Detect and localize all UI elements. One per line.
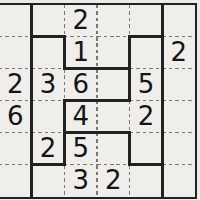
cell-r6c5[interactable] [130,165,163,197]
given-digit: 2 [7,71,24,97]
region-border [161,67,163,102]
cell-border [97,36,130,37]
region-border [161,3,163,38]
cell-r5c1[interactable] [0,133,32,165]
region-border [161,99,163,134]
cell-r2c4[interactable] [97,37,130,69]
cell-border [129,5,130,37]
cell-r6c4[interactable]: 2 [97,165,130,197]
given-digit: 5 [72,135,89,161]
region-border [128,35,164,37]
cell-r4c6[interactable] [162,101,195,133]
cell-r2c5[interactable] [130,37,163,69]
cell-r4c1[interactable]: 6 [0,101,32,133]
given-digit: 6 [7,103,24,129]
cell-r4c2[interactable] [32,101,65,133]
cell-border [129,101,130,133]
region-border [128,67,130,102]
region-border [30,99,32,134]
region-border [30,67,32,102]
region-border [96,67,132,69]
cell-border [96,37,97,69]
region-border [128,35,130,70]
cell-r6c6[interactable] [162,165,195,197]
cell-r3c3[interactable]: 6 [64,69,97,101]
cell-r5c5[interactable] [130,133,163,165]
cell-r5c6[interactable] [162,133,195,165]
region-border [30,35,66,37]
cell-r3c1[interactable]: 2 [0,69,32,101]
given-digit: 4 [72,103,89,129]
cell-r4c3[interactable]: 4 [64,101,97,133]
cell-border [0,36,32,37]
region-border [30,3,32,38]
given-digit: 2 [40,135,57,161]
region-border [63,35,65,70]
given-digit: 3 [40,71,57,97]
cell-border [96,69,97,101]
given-digit: 6 [72,71,89,97]
cell-border [32,100,65,101]
given-digit: 2 [138,103,155,129]
cell-border [130,132,163,133]
cell-border [96,5,97,37]
cell-r1c2[interactable] [32,5,65,37]
cell-r1c6[interactable] [162,5,195,37]
given-digit: 2 [170,39,187,65]
region-border [63,99,65,134]
cell-r3c2[interactable]: 3 [32,69,65,101]
given-digit: 2 [105,167,122,193]
cell-r5c2[interactable]: 2 [32,133,65,165]
cell-r4c4[interactable] [97,101,130,133]
puzzle-board: 21223656422532 [0,3,197,199]
puzzle-stage: 21223656422532 [0,0,200,200]
given-digit: 3 [72,167,89,193]
cell-border [0,132,32,133]
region-border [96,131,132,133]
cell-r5c3[interactable]: 5 [64,133,97,165]
given-digit: 2 [72,7,89,33]
cell-r3c6[interactable] [162,69,195,101]
region-border [30,35,32,70]
region-border [30,163,66,165]
cell-r3c5[interactable]: 5 [130,69,163,101]
cell-border [96,165,97,197]
cell-border [96,101,97,133]
region-border [30,131,32,166]
cell-border [162,164,195,165]
cell-r2c1[interactable] [0,37,32,69]
cell-border [64,5,65,37]
cell-r6c1[interactable] [0,165,32,197]
cell-border [162,100,195,101]
cell-r6c2[interactable] [32,165,65,197]
cell-r3c4[interactable] [97,69,130,101]
cell-border [129,165,130,197]
region-border [128,163,164,165]
cell-r1c4[interactable] [97,5,130,37]
region-border [161,131,163,166]
cell-r2c3[interactable]: 1 [64,37,97,69]
region-border [96,99,132,101]
region-border [128,131,130,166]
cell-r1c5[interactable] [130,5,163,37]
cell-border [162,132,195,133]
cell-border [96,133,97,165]
cell-r2c2[interactable] [32,37,65,69]
region-border [161,163,163,198]
given-digit: 5 [138,71,155,97]
cell-border [64,69,65,101]
cell-r1c1[interactable] [0,5,32,37]
cell-border [162,68,195,69]
region-border [161,35,163,70]
region-border [63,131,65,166]
cell-border [0,164,32,165]
region-border [30,163,32,198]
cell-r4c5[interactable]: 2 [130,101,163,133]
cell-border [64,165,65,197]
given-digit: 1 [72,39,89,65]
cell-r2c6[interactable]: 2 [162,37,195,69]
cell-r6c3[interactable]: 3 [64,165,97,197]
cell-r1c3[interactable]: 2 [64,5,97,37]
cell-r5c4[interactable] [97,133,130,165]
